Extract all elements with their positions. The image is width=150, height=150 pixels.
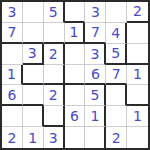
given-digit: 6 [91, 67, 100, 81]
cell-r7c4[interactable] [65, 127, 86, 148]
given-digit: 2 [49, 88, 58, 102]
given-digit: 3 [49, 131, 58, 145]
given-digit: 1 [133, 109, 142, 123]
cell-r2c5[interactable]: 7 [85, 23, 106, 44]
given-digit: 5 [49, 5, 58, 19]
cell-r2c6[interactable]: 4 [106, 23, 127, 44]
cell-r4c2[interactable] [23, 65, 44, 86]
cell-r3c4[interactable] [65, 44, 86, 65]
given-digit: 7 [91, 25, 100, 39]
cell-r6c4[interactable]: 6 [65, 106, 86, 127]
cell-r5c2[interactable] [23, 85, 44, 106]
given-digit: 1 [90, 109, 99, 123]
cell-r3c3[interactable]: 2 [44, 44, 65, 65]
cell-r1c6[interactable] [106, 2, 127, 23]
given-digit: 1 [28, 131, 37, 145]
cell-r6c3[interactable] [44, 106, 65, 127]
given-digit: 4 [111, 26, 120, 40]
cell-r6c1[interactable] [2, 106, 23, 127]
cell-r6c2[interactable] [23, 106, 44, 127]
cell-r7c6[interactable]: 2 [106, 127, 127, 148]
cell-r2c1[interactable]: 7 [2, 23, 23, 44]
cell-r1c7[interactable]: 2 [127, 2, 148, 23]
cell-r5c3[interactable]: 2 [44, 85, 65, 106]
given-digit: 2 [7, 131, 16, 145]
cell-r7c3[interactable]: 3 [44, 127, 65, 148]
cell-r2c4[interactable]: 1 [65, 23, 86, 44]
cell-r5c5[interactable]: 5 [85, 85, 106, 106]
cell-r5c6[interactable] [106, 85, 127, 106]
given-digit: 6 [70, 109, 79, 123]
cell-r7c5[interactable] [85, 127, 106, 148]
cell-r1c3[interactable]: 5 [44, 2, 65, 23]
cell-r4c4[interactable] [65, 65, 86, 86]
cell-r2c3[interactable] [44, 23, 65, 44]
given-digit: 3 [7, 5, 16, 19]
cell-r3c5[interactable]: 3 [85, 44, 106, 65]
given-digit: 3 [28, 46, 37, 60]
cell-r4c3[interactable] [44, 65, 65, 86]
cell-r4c6[interactable]: 7 [106, 65, 127, 86]
given-digit: 7 [112, 67, 121, 81]
cell-r3c2[interactable]: 3 [23, 44, 44, 65]
cell-r2c7[interactable] [127, 23, 148, 44]
cell-r5c4[interactable] [65, 85, 86, 106]
given-digit: 1 [7, 67, 16, 81]
cell-r7c2[interactable]: 1 [23, 127, 44, 148]
cell-r4c5[interactable]: 6 [85, 65, 106, 86]
cell-r6c5[interactable]: 1 [85, 106, 106, 127]
cell-r1c1[interactable]: 3 [2, 2, 23, 23]
given-digit: 1 [133, 67, 142, 81]
cell-r7c7[interactable] [127, 127, 148, 148]
given-digit: 3 [90, 47, 99, 61]
given-digit: 5 [111, 46, 120, 60]
given-digit: 7 [7, 25, 16, 39]
cell-r6c7[interactable]: 1 [127, 106, 148, 127]
given-digit: 6 [7, 88, 16, 102]
given-digit: 2 [112, 131, 121, 145]
cell-r4c7[interactable]: 1 [127, 65, 148, 86]
given-digit: 5 [90, 88, 99, 102]
given-digit: 3 [91, 5, 100, 19]
given-digit: 1 [70, 25, 79, 39]
cell-r3c1[interactable] [2, 44, 23, 65]
given-digit: 2 [133, 4, 142, 18]
cell-r3c7[interactable] [127, 44, 148, 65]
cell-r6c6[interactable] [106, 106, 127, 127]
cell-r3c6[interactable]: 5 [106, 44, 127, 65]
cell-r4c1[interactable]: 1 [2, 65, 23, 86]
given-digit: 2 [49, 47, 58, 61]
puzzle-board: 35327174323516716256112132 [0, 0, 150, 150]
cell-r7c1[interactable]: 2 [2, 127, 23, 148]
cell-r1c2[interactable] [23, 2, 44, 23]
cell-r5c1[interactable]: 6 [2, 85, 23, 106]
cell-r2c2[interactable] [23, 23, 44, 44]
cell-r1c4[interactable] [65, 2, 86, 23]
cell-r1c5[interactable]: 3 [85, 2, 106, 23]
cell-r5c7[interactable] [127, 85, 148, 106]
